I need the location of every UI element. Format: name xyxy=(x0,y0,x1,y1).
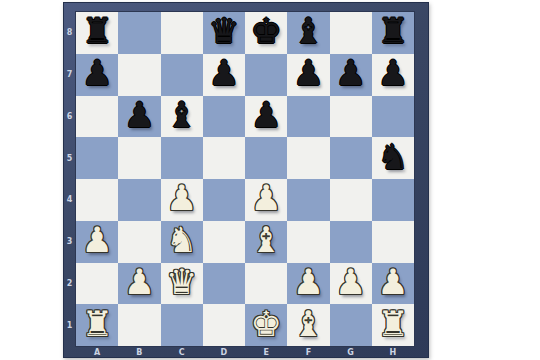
square-h4[interactable] xyxy=(372,179,414,221)
file-label-a: A xyxy=(76,346,118,358)
white-pawn[interactable]: ♟ xyxy=(250,181,281,216)
square-c8[interactable] xyxy=(161,12,203,54)
square-c3[interactable]: ♞ xyxy=(161,221,203,263)
square-f4[interactable] xyxy=(287,179,329,221)
square-g8[interactable] xyxy=(330,12,372,54)
square-c5[interactable] xyxy=(161,137,203,179)
square-a1[interactable]: ♜ xyxy=(76,304,118,346)
square-e1[interactable]: ♚ xyxy=(245,304,287,346)
square-e4[interactable]: ♟ xyxy=(245,179,287,221)
rank-label-8: 8 xyxy=(63,12,76,54)
black-pawn[interactable]: ♟ xyxy=(293,56,324,91)
white-pawn[interactable]: ♟ xyxy=(124,265,155,300)
square-e7[interactable] xyxy=(245,54,287,96)
page: 87654321 ♜♛♚♝♜♟♟♟♟♟♟♝♟♞♟♟♟♞♝♟♛♟♟♟♜♚♝♜ AB… xyxy=(0,0,540,360)
chess-board: 87654321 ♜♛♚♝♜♟♟♟♟♟♟♝♟♞♟♟♟♞♝♟♛♟♟♟♜♚♝♜ AB… xyxy=(63,2,429,358)
square-f1[interactable]: ♝ xyxy=(287,304,329,346)
square-h2[interactable]: ♟ xyxy=(372,263,414,305)
black-knight[interactable]: ♞ xyxy=(377,140,408,175)
black-rook[interactable]: ♜ xyxy=(81,14,112,49)
black-queen[interactable]: ♛ xyxy=(208,14,239,49)
square-d7[interactable]: ♟ xyxy=(203,54,245,96)
file-labels: ABCDEFGH xyxy=(76,346,414,358)
square-g1[interactable] xyxy=(330,304,372,346)
black-pawn[interactable]: ♟ xyxy=(377,56,408,91)
square-d5[interactable] xyxy=(203,137,245,179)
white-bishop[interactable]: ♝ xyxy=(293,307,324,342)
square-g5[interactable] xyxy=(330,137,372,179)
square-a6[interactable] xyxy=(76,96,118,138)
square-c6[interactable]: ♝ xyxy=(161,96,203,138)
rank-label-7: 7 xyxy=(63,54,76,96)
black-rook[interactable]: ♜ xyxy=(377,14,408,49)
white-knight[interactable]: ♞ xyxy=(166,223,197,258)
file-label-h: H xyxy=(372,346,414,358)
square-a5[interactable] xyxy=(76,137,118,179)
square-h3[interactable] xyxy=(372,221,414,263)
square-e8[interactable]: ♚ xyxy=(245,12,287,54)
square-e6[interactable]: ♟ xyxy=(245,96,287,138)
square-c2[interactable]: ♛ xyxy=(161,263,203,305)
square-a4[interactable] xyxy=(76,179,118,221)
square-d1[interactable] xyxy=(203,304,245,346)
square-h5[interactable]: ♞ xyxy=(372,137,414,179)
board-squares: ♜♛♚♝♜♟♟♟♟♟♟♝♟♞♟♟♟♞♝♟♛♟♟♟♜♚♝♜ xyxy=(76,12,414,346)
square-d4[interactable] xyxy=(203,179,245,221)
square-g6[interactable] xyxy=(330,96,372,138)
rank-label-2: 2 xyxy=(63,263,76,305)
rank-label-4: 4 xyxy=(63,179,76,221)
rank-label-6: 6 xyxy=(63,96,76,138)
square-a7[interactable]: ♟ xyxy=(76,54,118,96)
file-label-g: G xyxy=(330,346,372,358)
file-label-c: C xyxy=(161,346,203,358)
white-rook[interactable]: ♜ xyxy=(377,307,408,342)
rank-labels: 87654321 xyxy=(63,12,76,346)
square-b8[interactable] xyxy=(118,12,160,54)
square-g3[interactable] xyxy=(330,221,372,263)
black-pawn[interactable]: ♟ xyxy=(81,56,112,91)
white-rook[interactable]: ♜ xyxy=(81,307,112,342)
square-f6[interactable] xyxy=(287,96,329,138)
rank-label-5: 5 xyxy=(63,137,76,179)
square-e3[interactable]: ♝ xyxy=(245,221,287,263)
square-f2[interactable]: ♟ xyxy=(287,263,329,305)
square-e2[interactable] xyxy=(245,263,287,305)
square-c7[interactable] xyxy=(161,54,203,96)
white-pawn[interactable]: ♟ xyxy=(335,265,366,300)
square-g2[interactable]: ♟ xyxy=(330,263,372,305)
square-d2[interactable] xyxy=(203,263,245,305)
square-f3[interactable] xyxy=(287,221,329,263)
white-bishop[interactable]: ♝ xyxy=(250,223,281,258)
square-h7[interactable]: ♟ xyxy=(372,54,414,96)
black-pawn[interactable]: ♟ xyxy=(208,56,239,91)
square-a8[interactable]: ♜ xyxy=(76,12,118,54)
black-pawn[interactable]: ♟ xyxy=(124,98,155,133)
square-b7[interactable] xyxy=(118,54,160,96)
square-f8[interactable]: ♝ xyxy=(287,12,329,54)
square-d3[interactable] xyxy=(203,221,245,263)
file-label-e: E xyxy=(245,346,287,358)
rank-label-3: 3 xyxy=(63,221,76,263)
square-b5[interactable] xyxy=(118,137,160,179)
black-pawn[interactable]: ♟ xyxy=(250,98,281,133)
white-pawn[interactable]: ♟ xyxy=(81,223,112,258)
square-f5[interactable] xyxy=(287,137,329,179)
square-b3[interactable] xyxy=(118,221,160,263)
file-label-f: F xyxy=(287,346,329,358)
square-b6[interactable]: ♟ xyxy=(118,96,160,138)
square-b1[interactable] xyxy=(118,304,160,346)
square-d8[interactable]: ♛ xyxy=(203,12,245,54)
square-g4[interactable] xyxy=(330,179,372,221)
black-pawn[interactable]: ♟ xyxy=(335,56,366,91)
square-h1[interactable]: ♜ xyxy=(372,304,414,346)
square-b2[interactable]: ♟ xyxy=(118,263,160,305)
white-pawn[interactable]: ♟ xyxy=(293,265,324,300)
white-king[interactable]: ♚ xyxy=(250,307,281,342)
rank-label-1: 1 xyxy=(63,304,76,346)
square-a3[interactable]: ♟ xyxy=(76,221,118,263)
file-label-b: B xyxy=(118,346,160,358)
square-h8[interactable]: ♜ xyxy=(372,12,414,54)
file-label-d: D xyxy=(203,346,245,358)
white-pawn[interactable]: ♟ xyxy=(166,181,197,216)
square-c1[interactable] xyxy=(161,304,203,346)
black-king[interactable]: ♚ xyxy=(250,14,281,49)
square-f7[interactable]: ♟ xyxy=(287,54,329,96)
square-d6[interactable] xyxy=(203,96,245,138)
square-e5[interactable] xyxy=(245,137,287,179)
black-bishop[interactable]: ♝ xyxy=(293,14,324,49)
square-h6[interactable] xyxy=(372,96,414,138)
square-c4[interactable]: ♟ xyxy=(161,179,203,221)
white-queen[interactable]: ♛ xyxy=(166,265,197,300)
white-pawn[interactable]: ♟ xyxy=(377,265,408,300)
square-g7[interactable]: ♟ xyxy=(330,54,372,96)
square-b4[interactable] xyxy=(118,179,160,221)
square-a2[interactable] xyxy=(76,263,118,305)
black-bishop[interactable]: ♝ xyxy=(166,98,197,133)
